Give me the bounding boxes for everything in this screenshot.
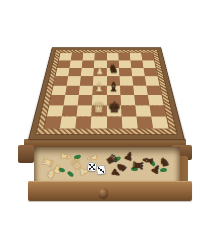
square-d5 bbox=[93, 77, 106, 86]
product-photo-chess-set: ♜♟♝♛♟♞♝♛♞♟♜♝♟♞♟ ♟♞♝♝♛♚ bbox=[0, 0, 206, 240]
die-face-5 bbox=[87, 162, 96, 171]
square-a8 bbox=[59, 53, 72, 60]
square-d7 bbox=[94, 61, 106, 69]
chess-board: ♟♞♝♝♛♚ bbox=[28, 47, 185, 140]
board-decorative-border: ♟♞♝♝♛♚ bbox=[35, 50, 178, 135]
scene: ♜♟♝♛♟♞♝♛♞♟♜♝♟♞♟ ♟♞♝♝♛♚ bbox=[0, 0, 206, 240]
square-e1 bbox=[107, 116, 123, 128]
board-squares-grid: ♟♞♝♝♛♚ bbox=[43, 53, 169, 129]
square-h5 bbox=[145, 77, 160, 86]
square-c5 bbox=[80, 77, 94, 86]
square-f5 bbox=[119, 77, 133, 86]
square-e8 bbox=[107, 53, 119, 60]
die-face-3 bbox=[96, 165, 105, 174]
square-b8 bbox=[71, 53, 84, 60]
drawer-front-panel bbox=[28, 181, 192, 201]
square-e5 bbox=[107, 77, 120, 86]
square-e3 bbox=[107, 95, 121, 105]
square-f3 bbox=[120, 95, 135, 105]
square-f7 bbox=[118, 61, 131, 69]
square-b7 bbox=[70, 61, 83, 69]
square-c6 bbox=[81, 68, 94, 76]
square-e6: ♞ bbox=[107, 68, 120, 76]
square-b2 bbox=[62, 105, 78, 116]
square-h4 bbox=[146, 85, 161, 95]
square-c3 bbox=[78, 95, 93, 105]
white-pawn: ♟ bbox=[96, 67, 104, 76]
square-b1 bbox=[60, 116, 77, 128]
square-b3 bbox=[64, 95, 79, 105]
square-f8 bbox=[118, 53, 130, 60]
square-d1 bbox=[91, 116, 107, 128]
square-h8 bbox=[141, 53, 154, 60]
square-a2 bbox=[47, 105, 64, 116]
square-d3 bbox=[92, 95, 106, 105]
square-c8 bbox=[83, 53, 95, 60]
square-b5 bbox=[67, 77, 81, 86]
drawer-interior bbox=[34, 147, 180, 182]
square-f4 bbox=[120, 85, 134, 95]
square-h7 bbox=[142, 61, 156, 69]
square-c2 bbox=[77, 105, 92, 116]
drawer-knob-icon bbox=[99, 188, 108, 198]
square-e2: ♚ bbox=[107, 105, 122, 116]
square-h6 bbox=[143, 68, 157, 76]
box-corbel-left bbox=[18, 145, 34, 163]
square-f2 bbox=[121, 105, 136, 116]
square-h3 bbox=[148, 95, 164, 105]
square-b6 bbox=[68, 68, 82, 76]
square-c1 bbox=[75, 116, 91, 128]
square-e4: ♝ bbox=[107, 85, 121, 95]
square-d2: ♛ bbox=[92, 105, 107, 116]
square-g1 bbox=[136, 116, 153, 128]
square-h1 bbox=[151, 116, 168, 128]
square-b4 bbox=[65, 85, 80, 95]
square-d6: ♟ bbox=[94, 68, 107, 76]
square-d8 bbox=[95, 53, 107, 60]
square-f1 bbox=[121, 116, 137, 128]
square-e7 bbox=[107, 61, 119, 69]
square-c7 bbox=[82, 61, 95, 69]
square-h2 bbox=[149, 105, 166, 116]
square-d4: ♝ bbox=[93, 85, 107, 95]
square-f6 bbox=[119, 68, 132, 76]
square-c4 bbox=[79, 85, 93, 95]
